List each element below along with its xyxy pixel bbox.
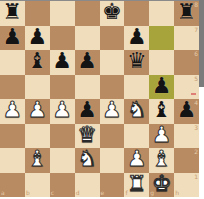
square-e4[interactable]: ♟ (100, 99, 125, 124)
square-d3[interactable]: ♛ (75, 124, 100, 149)
red-artifact-mark (191, 93, 196, 95)
square-b1[interactable]: b (25, 173, 50, 198)
square-a7[interactable]: ♟ (0, 26, 25, 51)
square-a1[interactable]: a (0, 173, 25, 198)
square-g6[interactable] (149, 50, 174, 75)
square-b6[interactable]: ♝ (25, 50, 50, 75)
square-g3[interactable]: ♟ (149, 124, 174, 149)
square-g1[interactable]: ♚g (149, 173, 174, 198)
square-f7[interactable]: ♟ (124, 26, 149, 51)
square-d4[interactable]: ♟ (75, 99, 100, 124)
white-knight[interactable]: ♞ (77, 148, 97, 170)
square-d8[interactable] (75, 1, 100, 26)
square-a4[interactable]: ♟ (0, 99, 25, 124)
square-b3[interactable] (25, 124, 50, 149)
square-d2[interactable]: ♞ (75, 148, 100, 173)
white-pawn[interactable]: ♟ (3, 99, 23, 121)
rank-coordinate-5: 5 (194, 76, 198, 82)
square-e6[interactable] (100, 50, 125, 75)
square-f6[interactable]: ♛ (124, 50, 149, 75)
black-bishop[interactable]: ♝ (27, 50, 47, 72)
square-e2[interactable] (100, 148, 125, 173)
black-pawn[interactable]: ♟ (77, 99, 97, 121)
square-d5[interactable] (75, 75, 100, 100)
square-c4[interactable]: ♟ (50, 99, 75, 124)
black-rook[interactable]: ♜ (177, 1, 197, 23)
square-c3[interactable] (50, 124, 75, 149)
square-c8[interactable] (50, 1, 75, 26)
square-b2[interactable]: ♝ (25, 148, 50, 173)
white-bishop[interactable]: ♝ (152, 148, 172, 170)
white-rook[interactable]: ♜ (127, 173, 147, 195)
white-bishop[interactable]: ♝ (27, 148, 47, 170)
square-a6[interactable] (0, 50, 25, 75)
square-h2[interactable]: 2 (174, 148, 199, 173)
white-pawn[interactable]: ♟ (27, 99, 47, 121)
square-d7[interactable] (75, 26, 100, 51)
square-g5[interactable]: ♟ (149, 75, 174, 100)
square-c2[interactable] (50, 148, 75, 173)
black-pawn[interactable]: ♟ (127, 26, 147, 48)
black-rook[interactable]: ♜ (3, 1, 23, 23)
file-coordinate-e: e (101, 190, 105, 196)
white-pawn[interactable]: ♟ (152, 124, 172, 146)
square-h7[interactable]: 7 (174, 26, 199, 51)
square-f8[interactable] (124, 1, 149, 26)
rank-coordinate-7: 7 (194, 27, 198, 33)
black-bishop[interactable]: ♝ (152, 99, 172, 121)
square-h5[interactable]: 5 (174, 75, 199, 100)
square-c6[interactable]: ♟ (50, 50, 75, 75)
square-c5[interactable] (50, 75, 75, 100)
rank-coordinate-6: 6 (194, 51, 198, 57)
file-coordinate-c: c (51, 190, 54, 196)
square-c7[interactable] (50, 26, 75, 51)
square-e1[interactable]: e (100, 173, 125, 198)
black-pawn[interactable]: ♟ (27, 26, 47, 48)
file-coordinate-a: a (1, 190, 5, 196)
square-b7[interactable]: ♟ (25, 26, 50, 51)
square-d6[interactable]: ♟ (75, 50, 100, 75)
black-pawn[interactable]: ♟ (77, 50, 97, 72)
square-e8[interactable]: ♚ (100, 1, 125, 26)
square-f4[interactable]: ♞ (124, 99, 149, 124)
black-queen[interactable]: ♛ (127, 50, 147, 72)
rank-coordinate-2: 2 (194, 149, 198, 155)
file-coordinate-d: d (76, 190, 80, 196)
black-pawn[interactable]: ♟ (52, 50, 72, 72)
square-h1[interactable]: h1 (174, 173, 199, 198)
file-coordinate-b: b (26, 190, 30, 196)
black-king[interactable]: ♚ (102, 1, 122, 23)
square-h4[interactable]: ♟4 (174, 99, 199, 124)
white-pawn[interactable]: ♟ (127, 148, 147, 170)
window-right-edge-gray (199, 0, 204, 87)
square-b8[interactable] (25, 1, 50, 26)
window-right-edge-white (199, 87, 204, 199)
rank-coordinate-3: 3 (194, 125, 198, 131)
file-coordinate-h: h (175, 190, 179, 196)
black-pawn[interactable]: ♟ (3, 26, 23, 48)
square-g2[interactable]: ♝ (149, 148, 174, 173)
square-f5[interactable] (124, 75, 149, 100)
rank-coordinate-1: 1 (194, 174, 198, 180)
square-g4[interactable]: ♝ (149, 99, 174, 124)
square-a8[interactable]: ♜ (0, 1, 25, 26)
square-b5[interactable] (25, 75, 50, 100)
square-f2[interactable]: ♟ (124, 148, 149, 173)
square-h3[interactable]: 3 (174, 124, 199, 149)
square-e3[interactable] (100, 124, 125, 149)
square-e7[interactable] (100, 26, 125, 51)
square-c1[interactable]: c (50, 173, 75, 198)
square-g8[interactable] (149, 1, 174, 26)
square-b4[interactable]: ♟ (25, 99, 50, 124)
white-pawn[interactable]: ♟ (102, 99, 122, 121)
square-f1[interactable]: ♜f (124, 173, 149, 198)
black-pawn[interactable]: ♟ (152, 75, 172, 97)
white-king[interactable]: ♚ (152, 173, 172, 195)
black-pawn[interactable]: ♟ (177, 99, 197, 121)
square-a2[interactable] (0, 148, 25, 173)
white-queen[interactable]: ♛ (77, 124, 97, 146)
square-h8[interactable]: ♜8 (174, 1, 199, 26)
screenshot-root: ♜♚♜8♟♟♟7♝♟♟♛6♟5♟♟♟♟♟♞♝♟4♛♟3♝♞♟♝2abcde♜f♚… (0, 0, 204, 199)
square-h6[interactable]: 6 (174, 50, 199, 75)
square-g7[interactable] (149, 26, 174, 51)
chess-board: ♜♚♜8♟♟♟7♝♟♟♛6♟5♟♟♟♟♟♞♝♟4♛♟3♝♞♟♝2abcde♜f♚… (0, 1, 199, 197)
square-e5[interactable] (100, 75, 125, 100)
white-knight[interactable]: ♞ (127, 99, 147, 121)
square-d1[interactable]: d (75, 173, 100, 198)
square-f3[interactable] (124, 124, 149, 149)
white-pawn[interactable]: ♟ (52, 99, 72, 121)
square-a3[interactable] (0, 124, 25, 149)
square-a5[interactable] (0, 75, 25, 100)
